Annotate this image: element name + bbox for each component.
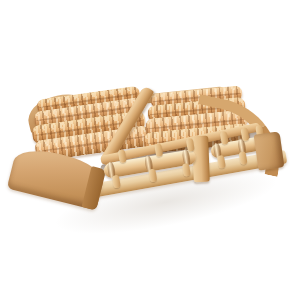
massage-peg bbox=[182, 163, 191, 177]
massage-peg bbox=[148, 169, 157, 183]
massage-peg bbox=[112, 175, 121, 189]
right-end-block bbox=[254, 131, 285, 170]
product-photo-stage bbox=[0, 0, 290, 290]
